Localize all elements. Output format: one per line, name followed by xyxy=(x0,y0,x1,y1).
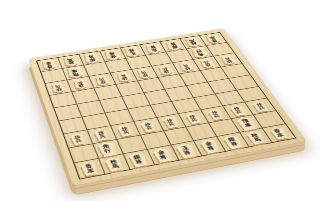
piece-sente-gold[interactable]: 金将 xyxy=(149,146,176,163)
piece-kanji: 兵 xyxy=(76,80,83,84)
piece-kanji: 金 xyxy=(157,150,166,156)
piece-sente-pawn[interactable]: 歩兵 xyxy=(67,132,88,146)
piece-side-grain xyxy=(160,117,182,131)
product-photo: 香車桂馬銀将金将王将金将銀将桂馬香車飛車角行歩兵歩兵歩兵歩兵歩兵歩兵歩兵歩兵歩兵… xyxy=(0,0,320,201)
square-3i[interactable]: 銀将 xyxy=(218,132,250,150)
piece-gote-pawn[interactable]: 歩兵 xyxy=(156,64,176,75)
piece-face: 飛車 xyxy=(233,115,261,131)
square-1g[interactable]: 歩兵 xyxy=(245,99,275,115)
piece-sente-lance[interactable]: 香車 xyxy=(267,126,292,141)
piece-sente-silver[interactable]: 銀将 xyxy=(220,134,247,151)
piece-kanji: 銀 xyxy=(133,154,142,160)
piece-kanji: 兵 xyxy=(119,73,126,77)
piece-kanji: 桂 xyxy=(250,133,258,138)
piece-face: 歩兵 xyxy=(135,68,155,80)
square-5g[interactable]: 歩兵 xyxy=(157,114,187,131)
square-9i[interactable]: 香車 xyxy=(75,159,106,179)
piece-face: 銀将 xyxy=(125,151,151,168)
piece-sente-pawn[interactable]: 歩兵 xyxy=(183,112,205,125)
piece-face: 歩兵 xyxy=(67,132,88,146)
square-8g[interactable]: 歩兵 xyxy=(88,126,117,144)
square-7e[interactable] xyxy=(100,97,128,113)
piece-kanji: 飛 xyxy=(241,119,250,124)
piece-side-grain xyxy=(172,143,200,161)
piece-kanji: 兵 xyxy=(122,130,129,135)
piece-side-grain xyxy=(243,131,269,147)
piece-face: 銀将 xyxy=(220,134,247,151)
piece-kanji: 将 xyxy=(108,51,115,55)
piece-sente-pawn[interactable]: 歩兵 xyxy=(205,108,227,121)
piece-kanji: 車 xyxy=(244,123,253,128)
square-1i[interactable]: 香車 xyxy=(263,124,295,142)
piece-sente-gold[interactable]: 金将 xyxy=(196,138,223,155)
piece-kanji: 兵 xyxy=(182,63,189,67)
piece-kanji: 将 xyxy=(159,154,168,160)
piece-kanji: 兵 xyxy=(99,134,106,139)
piece-side-grain xyxy=(233,117,261,133)
piece-kanji: 将 xyxy=(135,159,144,165)
piece-kanji: 車 xyxy=(209,36,216,40)
piece-kanji: 車 xyxy=(71,69,78,73)
square-5f[interactable] xyxy=(150,101,179,118)
piece-gote-pawn[interactable]: 歩兵 xyxy=(135,68,155,80)
piece-face: 歩兵 xyxy=(91,128,112,142)
square-8h[interactable]: 角行 xyxy=(93,140,123,159)
piece-face: 香車 xyxy=(78,160,102,177)
piece-kanji: 銀 xyxy=(227,137,236,142)
piece-kanji: 車 xyxy=(86,168,94,174)
piece-kanji: 車 xyxy=(276,133,284,138)
piece-side-grain xyxy=(67,134,88,148)
piece-kanji: 行 xyxy=(104,148,112,154)
piece-kanji: 行 xyxy=(195,49,203,53)
piece-sente-pawn[interactable]: 歩兵 xyxy=(227,104,249,117)
square-7i[interactable]: 銀将 xyxy=(124,150,155,169)
piece-kanji: 歩 xyxy=(74,135,81,140)
square-2g[interactable]: 歩兵 xyxy=(224,102,254,119)
piece-sente-pawn[interactable]: 歩兵 xyxy=(114,124,135,138)
piece-sente-pawn[interactable]: 歩兵 xyxy=(249,100,271,113)
piece-side-grain xyxy=(196,139,223,156)
piece-face: 歩兵 xyxy=(71,78,90,90)
piece-kanji: 香 xyxy=(273,129,281,134)
square-4g[interactable]: 歩兵 xyxy=(180,110,210,127)
piece-sente-rook[interactable]: 飛車 xyxy=(233,115,261,131)
square-6i[interactable]: 金将 xyxy=(148,145,179,164)
piece-kanji: 兵 xyxy=(223,57,230,61)
piece-face: 歩兵 xyxy=(160,116,182,130)
square-9f[interactable] xyxy=(59,117,88,134)
piece-kanji: 歩 xyxy=(255,103,263,107)
piece-gote-pawn[interactable]: 歩兵 xyxy=(197,58,217,69)
piece-kanji: 兵 xyxy=(213,114,221,118)
piece-kanji: 兵 xyxy=(146,126,153,131)
piece-sente-lance[interactable]: 香車 xyxy=(78,160,102,177)
piece-kanji: 将 xyxy=(128,48,135,52)
square-3g[interactable]: 歩兵 xyxy=(202,106,232,123)
piece-sente-pawn[interactable]: 歩兵 xyxy=(91,128,112,142)
piece-face: 角行 xyxy=(94,140,121,158)
piece-gote-pawn[interactable]: 歩兵 xyxy=(218,54,238,65)
piece-side-grain xyxy=(90,129,111,143)
board-surface: 香車桂馬銀将金将王将金将銀将桂馬香車飛車角行歩兵歩兵歩兵歩兵歩兵歩兵歩兵歩兵歩兵… xyxy=(28,28,306,186)
piece-sente-knight[interactable]: 桂馬 xyxy=(243,130,269,146)
piece-sente-bishop[interactable]: 角行 xyxy=(94,140,121,158)
piece-face: 歩兵 xyxy=(114,71,134,83)
piece-side-grain xyxy=(101,157,126,174)
piece-kanji: 金 xyxy=(204,141,213,146)
piece-face: 歩兵 xyxy=(49,82,68,94)
square-7f[interactable] xyxy=(105,109,134,126)
square-5i[interactable]: 玉将 xyxy=(171,141,202,160)
piece-kanji: 兵 xyxy=(203,60,210,64)
piece-kanji: 馬 xyxy=(111,163,119,168)
piece-kanji: 馬 xyxy=(67,58,74,62)
piece-gote-pawn[interactable]: 歩兵 xyxy=(176,61,196,72)
piece-kanji: 将 xyxy=(169,42,176,46)
square-5h[interactable] xyxy=(164,127,195,145)
piece-kanji: 兵 xyxy=(168,122,175,127)
square-8i[interactable]: 桂馬 xyxy=(99,154,130,174)
square-7g[interactable]: 歩兵 xyxy=(111,122,141,140)
square-9e[interactable] xyxy=(54,104,82,121)
piece-gote-pawn[interactable]: 歩兵 xyxy=(49,82,68,94)
piece-kanji: 桂 xyxy=(109,159,117,164)
piece-face: 歩兵 xyxy=(227,104,249,117)
piece-gote-pawn[interactable]: 歩兵 xyxy=(92,75,111,87)
piece-gote-pawn[interactable]: 歩兵 xyxy=(114,71,134,83)
piece-face: 歩兵 xyxy=(92,75,111,87)
square-9h[interactable] xyxy=(69,144,99,163)
piece-kanji: 将 xyxy=(149,45,156,49)
piece-face: 歩兵 xyxy=(114,124,135,138)
piece-side-grain xyxy=(249,101,271,114)
square-2h[interactable]: 飛車 xyxy=(232,115,263,132)
piece-sente-pawn[interactable]: 歩兵 xyxy=(138,120,160,134)
square-2i[interactable]: 桂馬 xyxy=(241,128,273,146)
piece-kanji: 馬 xyxy=(253,137,261,142)
square-3h[interactable] xyxy=(210,119,241,137)
piece-side-grain xyxy=(205,109,227,122)
piece-sente-jeweled-king[interactable]: 玉将 xyxy=(172,142,200,160)
piece-side-grain xyxy=(149,148,176,165)
piece-face: 歩兵 xyxy=(183,112,205,125)
piece-side-grain xyxy=(137,121,159,135)
piece-face: 桂馬 xyxy=(102,156,127,173)
piece-kanji: 歩 xyxy=(189,114,196,118)
piece-kanji: 歩 xyxy=(233,106,241,110)
piece-kanji: 歩 xyxy=(167,118,174,123)
piece-side-grain xyxy=(114,125,135,139)
square-1h[interactable] xyxy=(254,111,285,128)
piece-kanji: 将 xyxy=(207,145,216,151)
square-9g[interactable]: 歩兵 xyxy=(64,130,93,148)
piece-face: 玉将 xyxy=(172,142,200,160)
piece-kanji: 香 xyxy=(84,164,92,169)
square-4h[interactable] xyxy=(187,123,218,141)
piece-face: 香車 xyxy=(267,126,292,141)
piece-side-grain xyxy=(94,142,121,160)
square-7h[interactable] xyxy=(117,136,147,155)
piece-sente-knight[interactable]: 桂馬 xyxy=(102,156,127,173)
piece-kanji: 兵 xyxy=(161,67,168,71)
square-8f[interactable] xyxy=(82,113,111,130)
piece-kanji: 兵 xyxy=(54,84,61,88)
piece-kanji: 兵 xyxy=(75,138,82,143)
square-4f[interactable] xyxy=(172,98,201,114)
piece-face: 金将 xyxy=(149,146,176,163)
piece-side-grain xyxy=(77,162,101,179)
square-4i[interactable]: 金将 xyxy=(195,137,227,156)
piece-face: 歩兵 xyxy=(218,54,238,65)
piece-face: 歩兵 xyxy=(138,120,160,134)
piece-kanji: 兵 xyxy=(235,110,243,114)
square-8e[interactable] xyxy=(77,100,105,117)
piece-face: 歩兵 xyxy=(197,58,217,69)
piece-kanji: 玉 xyxy=(181,145,190,151)
piece-face: 金将 xyxy=(196,138,223,155)
piece-kanji: 兵 xyxy=(191,118,198,122)
piece-side-grain xyxy=(219,135,246,152)
piece-sente-silver[interactable]: 銀将 xyxy=(125,151,151,168)
piece-kanji: 将 xyxy=(230,141,239,146)
piece-kanji: 角 xyxy=(103,144,111,150)
piece-side-grain xyxy=(266,127,291,142)
piece-kanji: 将 xyxy=(87,54,94,58)
piece-kanji: 歩 xyxy=(121,126,128,131)
piece-side-grain xyxy=(227,105,249,118)
piece-kanji: 車 xyxy=(45,61,52,65)
piece-face: 歩兵 xyxy=(156,64,176,75)
piece-kanji: 兵 xyxy=(258,106,266,110)
piece-kanji: 馬 xyxy=(189,39,196,43)
piece-side-grain xyxy=(125,152,152,170)
piece-sente-pawn[interactable]: 歩兵 xyxy=(160,116,182,130)
piece-kanji: 歩 xyxy=(144,122,151,127)
piece-kanji: 歩 xyxy=(97,131,104,136)
piece-face: 歩兵 xyxy=(249,100,271,113)
piece-face: 歩兵 xyxy=(205,108,227,121)
piece-face: 歩兵 xyxy=(176,61,196,72)
piece-kanji: 将 xyxy=(183,150,192,156)
square-1f[interactable] xyxy=(237,86,267,102)
piece-kanji: 兵 xyxy=(98,77,105,81)
piece-side-grain xyxy=(182,113,204,126)
piece-kanji: 兵 xyxy=(140,70,147,74)
piece-kanji: 歩 xyxy=(211,110,218,114)
square-6f[interactable] xyxy=(128,105,157,122)
piece-face: 桂馬 xyxy=(243,130,269,146)
piece-gote-pawn[interactable]: 歩兵 xyxy=(71,78,90,90)
square-6h[interactable] xyxy=(141,131,172,149)
shogi-board: 香車桂馬銀将金将王将金将銀将桂馬香車飛車角行歩兵歩兵歩兵歩兵歩兵歩兵歩兵歩兵歩兵… xyxy=(28,28,306,186)
square-6g[interactable]: 歩兵 xyxy=(134,118,164,136)
